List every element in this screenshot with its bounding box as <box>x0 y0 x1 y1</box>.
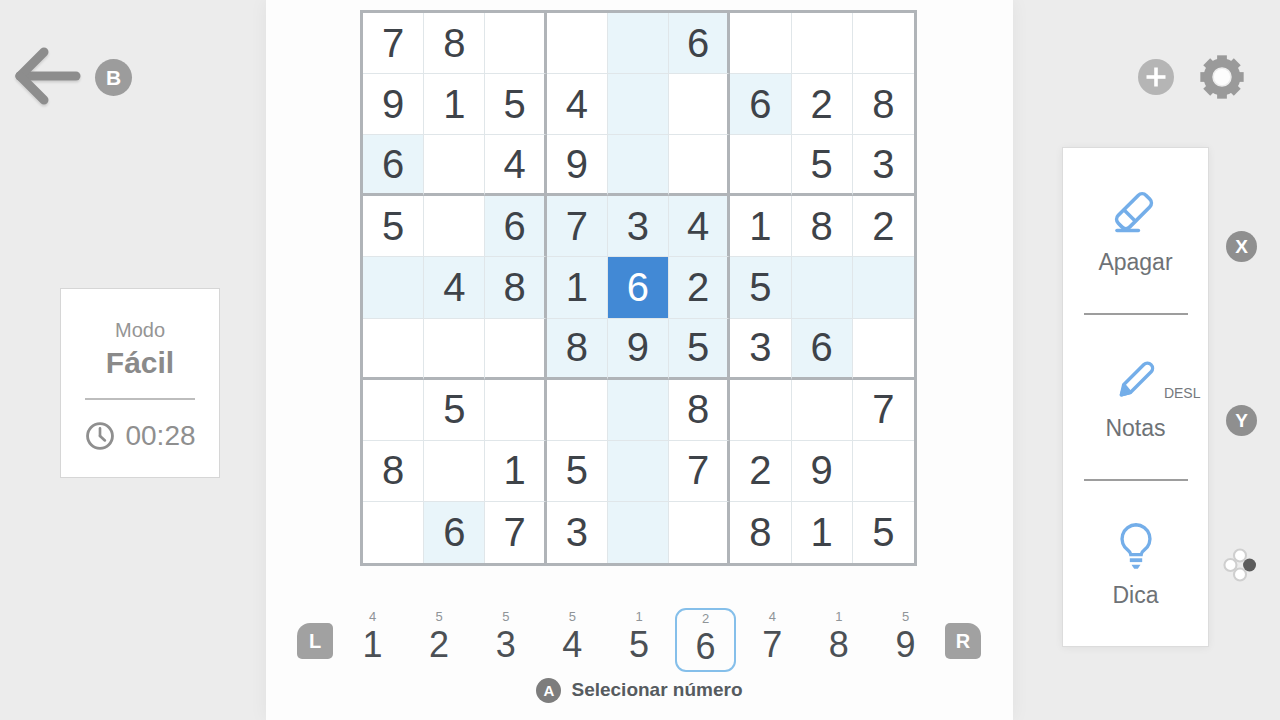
digit-remaining-count: 4 <box>369 610 376 623</box>
cell-r8c3[interactable]: 1 <box>485 441 546 502</box>
cell-r1c2[interactable]: 8 <box>424 13 485 74</box>
cell-r5c7[interactable]: 5 <box>730 257 791 318</box>
digit-remaining-count: 5 <box>436 610 443 623</box>
cell-r1c9[interactable] <box>853 13 914 74</box>
cell-r2c1[interactable]: 9 <box>363 74 424 135</box>
erase-button[interactable]: Apagar <box>1098 185 1172 276</box>
numberpad-digits: 415253541526471859 <box>342 608 936 674</box>
x-button-badge[interactable]: X <box>1226 231 1257 262</box>
cell-r3c1[interactable]: 6 <box>363 135 424 196</box>
cell-r7c9[interactable]: 7 <box>853 380 914 441</box>
sudoku-board: 7869154628649535673418248162589536587815… <box>360 10 917 566</box>
digit-remaining-count: 5 <box>502 610 509 623</box>
cell-r8c1[interactable]: 8 <box>363 441 424 502</box>
cell-r3c5[interactable] <box>608 135 669 196</box>
digit-remaining-count: 1 <box>635 610 642 623</box>
cell-r6c4[interactable]: 8 <box>547 319 608 380</box>
numpad-digit-4[interactable]: 54 <box>542 608 603 672</box>
mode-label: Modo <box>115 319 165 342</box>
numpad-digit-6[interactable]: 26 <box>675 608 736 672</box>
cell-r9c1[interactable] <box>363 502 424 563</box>
cell-r9c2[interactable]: 6 <box>424 502 485 563</box>
number-pad: L 415253541526471859 R <box>297 608 981 674</box>
cell-r3c4[interactable]: 9 <box>547 135 608 196</box>
back-arrow-icon <box>10 42 84 110</box>
hint-label: Dica <box>1112 582 1158 609</box>
numpad-digit-7[interactable]: 47 <box>742 608 803 672</box>
tools-divider <box>1084 479 1188 481</box>
digit-label: 4 <box>562 623 582 667</box>
cell-r2c5[interactable] <box>608 74 669 135</box>
tools-divider <box>1084 313 1188 315</box>
cell-r8c2[interactable] <box>424 441 485 502</box>
select-number-hint: A Selecionar número <box>266 675 1013 705</box>
cell-r1c7[interactable] <box>730 13 791 74</box>
clock-icon <box>84 420 116 452</box>
cell-r3c3[interactable]: 4 <box>485 135 546 196</box>
cell-r9c4[interactable]: 3 <box>547 502 608 563</box>
timer-value: 00:28 <box>125 420 195 452</box>
cell-r7c3[interactable] <box>485 380 546 441</box>
cell-r8c4[interactable]: 5 <box>547 441 608 502</box>
cell-r5c2[interactable]: 4 <box>424 257 485 318</box>
cell-r2c9[interactable]: 8 <box>853 74 914 135</box>
cell-r7c6[interactable]: 8 <box>669 380 730 441</box>
notes-label: Notas <box>1105 415 1165 442</box>
back-button[interactable] <box>10 42 84 110</box>
cell-r2c7[interactable]: 6 <box>730 74 791 135</box>
eraser-icon <box>1108 185 1162 239</box>
cell-r6c6[interactable]: 5 <box>669 319 730 380</box>
cell-r7c8[interactable] <box>792 380 853 441</box>
y-button-badge[interactable]: Y <box>1226 405 1257 436</box>
cell-r4c1[interactable]: 5 <box>363 196 424 257</box>
numpad-digit-5[interactable]: 15 <box>609 608 670 672</box>
cell-r4c2[interactable] <box>424 196 485 257</box>
cell-r1c8[interactable] <box>792 13 853 74</box>
digit-remaining-count: 5 <box>569 610 576 623</box>
a-button-badge: A <box>536 678 561 703</box>
cell-r3c7[interactable] <box>730 135 791 196</box>
cell-r5c3[interactable]: 8 <box>485 257 546 318</box>
numpad-digit-1[interactable]: 41 <box>342 608 403 672</box>
cell-r6c2[interactable] <box>424 319 485 380</box>
mode-card-divider <box>85 398 195 400</box>
cell-r9c7[interactable]: 8 <box>730 502 791 563</box>
cell-r9c5[interactable] <box>608 502 669 563</box>
cell-r3c2[interactable] <box>424 135 485 196</box>
digit-remaining-count: 1 <box>835 610 842 623</box>
cell-r4c7[interactable]: 1 <box>730 196 791 257</box>
numpad-digit-8[interactable]: 18 <box>808 608 869 672</box>
cell-r4c4[interactable]: 7 <box>547 196 608 257</box>
cell-r4c3[interactable]: 6 <box>485 196 546 257</box>
right-bumper-button[interactable]: R <box>945 623 981 659</box>
numpad-digit-2[interactable]: 52 <box>409 608 470 672</box>
cell-r5c6[interactable]: 2 <box>669 257 730 318</box>
notes-button[interactable]: DESL Notas <box>1105 351 1165 442</box>
cell-r2c4[interactable]: 4 <box>547 74 608 135</box>
cell-r6c9[interactable] <box>853 319 914 380</box>
cell-r6c1[interactable] <box>363 319 424 380</box>
cell-r1c4[interactable] <box>547 13 608 74</box>
cell-r7c5[interactable] <box>608 380 669 441</box>
cell-r4c9[interactable]: 2 <box>853 196 914 257</box>
digit-label: 6 <box>696 625 716 669</box>
cell-r3c9[interactable]: 3 <box>853 135 914 196</box>
digit-remaining-count: 2 <box>702 612 709 625</box>
cell-r8c5[interactable] <box>608 441 669 502</box>
cell-r1c6[interactable]: 6 <box>669 13 730 74</box>
cell-r8c6[interactable]: 7 <box>669 441 730 502</box>
cell-r7c4[interactable] <box>547 380 608 441</box>
cell-r6c8[interactable]: 6 <box>792 319 853 380</box>
cell-r9c8[interactable]: 1 <box>792 502 853 563</box>
cell-r7c7[interactable] <box>730 380 791 441</box>
select-number-label: Selecionar número <box>571 679 742 701</box>
cell-r5c1[interactable] <box>363 257 424 318</box>
cell-r7c2[interactable]: 5 <box>424 380 485 441</box>
digit-remaining-count: 5 <box>902 610 909 623</box>
digit-label: 7 <box>762 623 782 667</box>
cell-r5c5[interactable]: 6 <box>608 257 669 318</box>
cell-r2c6[interactable] <box>669 74 730 135</box>
cell-r1c3[interactable] <box>485 13 546 74</box>
digit-remaining-count: 4 <box>769 610 776 623</box>
mode-card: Modo Fácil 00:28 <box>60 288 220 478</box>
cell-r6c7[interactable]: 3 <box>730 319 791 380</box>
cell-r9c6[interactable] <box>669 502 730 563</box>
digit-label: 9 <box>895 623 915 667</box>
cell-r2c2[interactable]: 1 <box>424 74 485 135</box>
digit-label: 3 <box>496 623 516 667</box>
left-bumper-button[interactable]: L <box>297 623 333 659</box>
plus-button[interactable] <box>1138 59 1174 95</box>
abxy-buttons-icon <box>1219 544 1261 586</box>
cell-r5c9[interactable] <box>853 257 914 318</box>
numpad-digit-9[interactable]: 59 <box>875 608 936 672</box>
cell-r2c3[interactable]: 5 <box>485 74 546 135</box>
digit-label: 1 <box>362 623 382 667</box>
mode-value: Fácil <box>106 346 174 380</box>
tools-panel: Apagar DESL Notas Dica <box>1062 147 1209 647</box>
numpad-digit-3[interactable]: 53 <box>475 608 536 672</box>
hint-button[interactable]: Dica <box>1109 518 1163 609</box>
cell-r3c8[interactable]: 5 <box>792 135 853 196</box>
erase-label: Apagar <box>1098 249 1172 276</box>
b-button-badge[interactable]: B <box>95 59 132 96</box>
cell-r5c8[interactable] <box>792 257 853 318</box>
cell-r4c8[interactable]: 8 <box>792 196 853 257</box>
cell-r2c8[interactable]: 2 <box>792 74 853 135</box>
digit-label: 5 <box>629 623 649 667</box>
notes-state-badge: DESL <box>1164 385 1201 401</box>
cell-r8c7[interactable]: 2 <box>730 441 791 502</box>
cell-r5c4[interactable]: 1 <box>547 257 608 318</box>
cell-r3c6[interactable] <box>669 135 730 196</box>
pencil-icon <box>1109 351 1163 405</box>
cell-r6c5[interactable]: 9 <box>608 319 669 380</box>
digit-label: 2 <box>429 623 449 667</box>
gear-icon <box>1196 51 1248 103</box>
cell-r8c9[interactable] <box>853 441 914 502</box>
cell-r1c1[interactable]: 7 <box>363 13 424 74</box>
plus-icon <box>1138 59 1174 95</box>
cell-r4c6[interactable]: 4 <box>669 196 730 257</box>
cell-r6c3[interactable] <box>485 319 546 380</box>
digit-label: 8 <box>829 623 849 667</box>
settings-button[interactable] <box>1196 51 1248 103</box>
lightbulb-icon <box>1109 518 1163 572</box>
cell-r4c5[interactable]: 3 <box>608 196 669 257</box>
cell-r7c1[interactable] <box>363 380 424 441</box>
cell-r8c8[interactable]: 9 <box>792 441 853 502</box>
cell-r1c5[interactable] <box>608 13 669 74</box>
cell-r9c3[interactable]: 7 <box>485 502 546 563</box>
cell-r9c9[interactable]: 5 <box>853 502 914 563</box>
